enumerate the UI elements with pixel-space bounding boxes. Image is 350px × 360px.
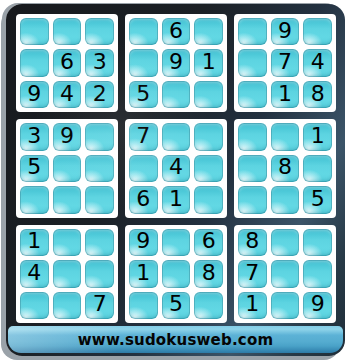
given-digit: 8	[245, 230, 259, 252]
given-digit: 9	[311, 293, 325, 315]
cell-r2c1[interactable]	[20, 49, 49, 76]
given-digit: 4	[311, 51, 325, 73]
cell-r7c7[interactable]: 8	[238, 229, 267, 256]
given-digit: 4	[60, 83, 74, 105]
cell-r4c7[interactable]	[238, 123, 267, 150]
cell-r7c2[interactable]	[53, 229, 82, 256]
cell-r9c6[interactable]	[194, 292, 223, 319]
cell-r9c9[interactable]: 9	[303, 292, 332, 319]
cell-r4c5[interactable]	[162, 123, 191, 150]
box-3: 97418	[234, 14, 336, 112]
cell-r9c3[interactable]: 7	[85, 292, 114, 319]
cell-r5c1[interactable]: 5	[20, 155, 49, 182]
given-digit: 1	[27, 230, 41, 252]
cell-r9c1[interactable]	[20, 292, 49, 319]
cell-r6c7[interactable]	[238, 186, 267, 213]
given-digit: 3	[27, 125, 41, 147]
given-digit: 3	[93, 51, 107, 73]
given-digit: 7	[278, 51, 292, 73]
cell-r1c2[interactable]	[53, 18, 82, 45]
cell-r3c9[interactable]: 8	[303, 81, 332, 108]
cell-r5c5[interactable]: 4	[162, 155, 191, 182]
cell-r4c8[interactable]	[271, 123, 300, 150]
cell-r2c7[interactable]	[238, 49, 267, 76]
cell-r6c5[interactable]: 1	[162, 186, 191, 213]
box-4: 395	[16, 119, 118, 217]
given-digit: 1	[245, 293, 259, 315]
cell-r4c3[interactable]	[85, 123, 114, 150]
cell-r7c6[interactable]: 6	[194, 229, 223, 256]
cell-r7c4[interactable]: 9	[129, 229, 158, 256]
given-digit: 9	[27, 83, 41, 105]
given-digit: 7	[93, 293, 107, 315]
cell-r8c9[interactable]	[303, 260, 332, 287]
cell-r1c7[interactable]	[238, 18, 267, 45]
given-digit: 1	[278, 83, 292, 105]
given-digit: 1	[169, 188, 183, 210]
cell-r6c6[interactable]	[194, 186, 223, 213]
cell-r8c1[interactable]: 4	[20, 260, 49, 287]
cell-r7c1[interactable]: 1	[20, 229, 49, 256]
cell-r6c1[interactable]	[20, 186, 49, 213]
given-digit: 8	[278, 156, 292, 178]
cell-r1c1[interactable]	[20, 18, 49, 45]
cell-r5c3[interactable]	[85, 155, 114, 182]
given-digit: 9	[136, 230, 150, 252]
footer-bar: www.sudokusweb.com	[8, 326, 343, 353]
cell-r2c9[interactable]: 4	[303, 49, 332, 76]
cell-r2c6[interactable]: 1	[194, 49, 223, 76]
site-url-label: www.sudokusweb.com	[78, 331, 273, 349]
cell-r3c2[interactable]: 4	[53, 81, 82, 108]
cell-r9c2[interactable]	[53, 292, 82, 319]
cell-r7c8[interactable]	[271, 229, 300, 256]
box-7: 147	[16, 225, 118, 323]
board-frame: 639426915974183957461185147961858719 www…	[6, 4, 345, 356]
given-digit: 5	[136, 83, 150, 105]
given-digit: 8	[202, 262, 216, 284]
cell-r6c9[interactable]: 5	[303, 186, 332, 213]
cell-r5c9[interactable]	[303, 155, 332, 182]
page: 639426915974183957461185147961858719 www…	[0, 0, 350, 360]
cell-r6c3[interactable]	[85, 186, 114, 213]
given-digit: 4	[169, 156, 183, 178]
cell-r1c9[interactable]	[303, 18, 332, 45]
given-digit: 5	[311, 188, 325, 210]
given-digit: 6	[60, 51, 74, 73]
cell-r1c3[interactable]	[85, 18, 114, 45]
cell-r8c6[interactable]: 8	[194, 260, 223, 287]
cell-r3c6[interactable]	[194, 81, 223, 108]
cell-r3c1[interactable]: 9	[20, 81, 49, 108]
cell-r3c7[interactable]	[238, 81, 267, 108]
given-digit: 6	[136, 188, 150, 210]
cell-r5c8[interactable]: 8	[271, 155, 300, 182]
box-6: 185	[234, 119, 336, 217]
cell-r2c2[interactable]: 6	[53, 49, 82, 76]
box-5: 7461	[125, 119, 227, 217]
cell-r3c5[interactable]	[162, 81, 191, 108]
box-8: 96185	[125, 225, 227, 323]
given-digit: 7	[136, 125, 150, 147]
cell-r4c4[interactable]: 7	[129, 123, 158, 150]
cell-r3c3[interactable]: 2	[85, 81, 114, 108]
cell-r9c4[interactable]	[129, 292, 158, 319]
cell-r9c5[interactable]: 5	[162, 292, 191, 319]
cell-r3c4[interactable]: 5	[129, 81, 158, 108]
cell-r4c1[interactable]: 3	[20, 123, 49, 150]
given-digit: 1	[202, 51, 216, 73]
cell-r1c6[interactable]	[194, 18, 223, 45]
given-digit: 4	[27, 262, 41, 284]
cell-r2c8[interactable]: 7	[271, 49, 300, 76]
cell-r7c3[interactable]	[85, 229, 114, 256]
cell-r8c7[interactable]: 7	[238, 260, 267, 287]
cell-r8c8[interactable]	[271, 260, 300, 287]
cell-r8c5[interactable]	[162, 260, 191, 287]
given-digit: 6	[169, 20, 183, 42]
cell-r9c8[interactable]	[271, 292, 300, 319]
cell-r1c4[interactable]	[129, 18, 158, 45]
cell-r3c8[interactable]: 1	[271, 81, 300, 108]
cell-r8c3[interactable]	[85, 260, 114, 287]
cell-r5c6[interactable]	[194, 155, 223, 182]
cell-r5c7[interactable]	[238, 155, 267, 182]
given-digit: 2	[93, 83, 107, 105]
cell-r5c4[interactable]	[129, 155, 158, 182]
box-1: 63942	[16, 14, 118, 112]
cell-r6c4[interactable]: 6	[129, 186, 158, 213]
cell-r4c2[interactable]: 9	[53, 123, 82, 150]
cell-r2c3[interactable]: 3	[85, 49, 114, 76]
cell-r7c5[interactable]	[162, 229, 191, 256]
cell-r4c6[interactable]	[194, 123, 223, 150]
cell-r8c2[interactable]	[53, 260, 82, 287]
cell-r5c2[interactable]	[53, 155, 82, 182]
cell-r2c5[interactable]: 9	[162, 49, 191, 76]
cell-r6c8[interactable]	[271, 186, 300, 213]
cell-r4c9[interactable]: 1	[303, 123, 332, 150]
given-digit: 1	[136, 262, 150, 284]
given-digit: 8	[311, 83, 325, 105]
given-digit: 9	[60, 125, 74, 147]
cell-r1c8[interactable]: 9	[271, 18, 300, 45]
cell-r9c7[interactable]: 1	[238, 292, 267, 319]
given-digit: 5	[169, 293, 183, 315]
box-2: 6915	[125, 14, 227, 112]
given-digit: 5	[27, 156, 41, 178]
sudoku-board: 639426915974183957461185147961858719	[16, 14, 336, 323]
cell-r6c2[interactable]	[53, 186, 82, 213]
given-digit: 9	[278, 20, 292, 42]
given-digit: 6	[202, 230, 216, 252]
cell-r1c5[interactable]: 6	[162, 18, 191, 45]
box-9: 8719	[234, 225, 336, 323]
cell-r2c4[interactable]	[129, 49, 158, 76]
cell-r7c9[interactable]	[303, 229, 332, 256]
given-digit: 9	[169, 51, 183, 73]
given-digit: 7	[245, 262, 259, 284]
cell-r8c4[interactable]: 1	[129, 260, 158, 287]
given-digit: 1	[311, 125, 325, 147]
